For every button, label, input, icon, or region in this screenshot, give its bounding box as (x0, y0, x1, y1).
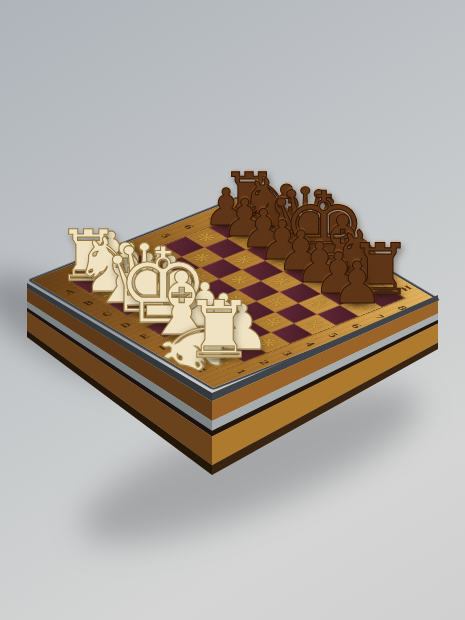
rank-label-8-left: 8 (227, 205, 242, 212)
box-shadow-front (66, 358, 434, 571)
file-label-e-far: E (342, 251, 357, 259)
rank-label-4-right: 4 (303, 341, 318, 348)
file-label-b-near: B (80, 299, 96, 307)
file-label-g-near: G (174, 355, 190, 363)
rank-label-1-right: 1 (234, 368, 249, 375)
rank-label-6-left: 6 (181, 223, 196, 230)
file-label-d-far: D (323, 240, 339, 248)
file-label-d-near: D (118, 321, 134, 329)
rank-label-1-left: 1 (66, 269, 81, 276)
rank-label-8-right: 8 (394, 304, 409, 311)
file-label-h-far: H (398, 284, 415, 292)
rank-label-5-left: 5 (158, 232, 173, 239)
rank-label-3-left: 3 (112, 251, 127, 258)
rank-label-2-right: 2 (257, 359, 272, 366)
file-label-b-far: B (286, 218, 302, 226)
rank-label-7-right: 7 (371, 314, 386, 321)
rank-label-6-right: 6 (348, 323, 363, 330)
file-label-c-far: C (305, 229, 320, 237)
file-label-h-near: H (192, 366, 209, 374)
rank-label-7-left: 7 (204, 214, 219, 221)
rank-label-4-left: 4 (135, 241, 150, 248)
rank-label-3-right: 3 (280, 350, 295, 357)
file-label-f-near: F (156, 344, 171, 351)
file-label-a-near: A (62, 288, 77, 296)
file-label-e-near: E (137, 333, 152, 341)
chess-set-photo: ❋❋❋❋❋❋❋❋❋❋❋❋❋❋❋❋❋❋❋❋❋❋❋❋❋❋❋❋❋❋❋❋ AABBCCD… (0, 0, 465, 620)
rank-label-2-left: 2 (89, 260, 104, 267)
file-label-f-far: F (361, 262, 376, 269)
file-label-a-far: A (267, 207, 282, 215)
rank-label-5-right: 5 (325, 332, 340, 339)
file-label-c-near: C (99, 310, 114, 318)
file-label-g-far: G (380, 273, 396, 281)
